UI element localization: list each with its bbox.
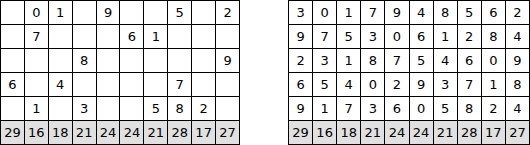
puzzle-cell-r2c3 — [49, 25, 72, 48]
puzzle-cell-r2c2: 7 — [25, 25, 48, 48]
puzzle-cell-r5c3 — [49, 97, 72, 120]
puzzle-cell-r5c8: 8 — [168, 97, 191, 120]
solution-cell-r4c2: 5 — [313, 73, 336, 96]
puzzle-cell-r2c7: 1 — [144, 25, 167, 48]
puzzle-cell-r5c6 — [120, 97, 143, 120]
solution-sum-c3: 18 — [337, 121, 360, 144]
solution-sum-c5: 24 — [385, 121, 408, 144]
solution-cell-r3c7: 4 — [434, 49, 457, 72]
solution-cell-r4c4: 0 — [361, 73, 384, 96]
solution-cell-r1c2: 0 — [313, 1, 336, 24]
solution-sum-c1: 29 — [289, 121, 312, 144]
puzzle-cell-r1c10: 2 — [216, 1, 239, 24]
puzzle-cell-r4c6 — [120, 73, 143, 96]
puzzle-cell-r4c9 — [192, 73, 215, 96]
solution-sum-c6: 24 — [410, 121, 433, 144]
solution-cell-r1c10: 2 — [506, 1, 529, 24]
puzzle-cell-r3c8 — [168, 49, 191, 72]
solution-cell-r1c4: 7 — [361, 1, 384, 24]
solution-sum-c4: 21 — [361, 121, 384, 144]
puzzle-cell-r4c10 — [216, 73, 239, 96]
puzzle-cell-r2c4 — [73, 25, 96, 48]
solution-cell-r2c6: 6 — [410, 25, 433, 48]
solution-cell-r4c8: 7 — [458, 73, 481, 96]
puzzle-cell-r5c1 — [1, 97, 24, 120]
solution-cell-r4c6: 9 — [410, 73, 433, 96]
puzzle-cell-r3c4: 8 — [73, 49, 96, 72]
solution-cell-r5c2: 1 — [313, 97, 336, 120]
solution-cell-r4c7: 3 — [434, 73, 457, 96]
solution-cell-r5c8: 8 — [458, 97, 481, 120]
solution-cell-r4c10: 8 — [506, 73, 529, 96]
puzzle-cell-r5c10 — [216, 97, 239, 120]
solution-cell-r3c9: 0 — [482, 49, 505, 72]
solution-cell-r5c1: 9 — [289, 97, 312, 120]
puzzle-grid: 01952761896471358229161821242421281727 — [0, 0, 240, 145]
solution-cell-r1c8: 5 — [458, 1, 481, 24]
puzzle-cell-r5c4: 3 — [73, 97, 96, 120]
solution-sum-c8: 28 — [458, 121, 481, 144]
solution-cell-r3c6: 5 — [410, 49, 433, 72]
solution-cell-r1c7: 8 — [434, 1, 457, 24]
puzzle-cell-r1c6 — [120, 1, 143, 24]
puzzle-sum-c9: 17 — [192, 121, 215, 144]
puzzle-sum-c7: 21 — [144, 121, 167, 144]
solution-cell-r1c6: 4 — [410, 1, 433, 24]
solution-cell-r3c2: 3 — [313, 49, 336, 72]
solution-cell-r2c9: 8 — [482, 25, 505, 48]
solution-cell-r3c1: 2 — [289, 49, 312, 72]
solution-cell-r2c5: 0 — [385, 25, 408, 48]
puzzle-cell-r4c1: 6 — [1, 73, 24, 96]
solution-sum-c7: 21 — [434, 121, 457, 144]
puzzle-cell-r4c7 — [144, 73, 167, 96]
puzzle-cell-r3c6 — [120, 49, 143, 72]
solution-sum-c9: 17 — [482, 121, 505, 144]
puzzle-sum-c6: 24 — [120, 121, 143, 144]
puzzle-cell-r4c2 — [25, 73, 48, 96]
puzzle-sum-c3: 18 — [49, 121, 72, 144]
puzzle-cell-r2c9 — [192, 25, 215, 48]
puzzle-sum-c1: 29 — [1, 121, 24, 144]
puzzle-cell-r1c2: 0 — [25, 1, 48, 24]
puzzle-cell-r3c2 — [25, 49, 48, 72]
puzzle-cell-r1c4 — [73, 1, 96, 24]
puzzle-cell-r5c5 — [97, 97, 120, 120]
puzzle-cell-r3c1 — [1, 49, 24, 72]
puzzle-cell-r1c5: 9 — [97, 1, 120, 24]
puzzle-sum-c4: 21 — [73, 121, 96, 144]
solution-cell-r2c10: 4 — [506, 25, 529, 48]
puzzle-cell-r3c3 — [49, 49, 72, 72]
puzzle-cell-r3c7 — [144, 49, 167, 72]
solution-cell-r4c9: 1 — [482, 73, 505, 96]
puzzle-sum-c2: 16 — [25, 121, 48, 144]
puzzle-sum-c10: 27 — [216, 121, 239, 144]
puzzle-cell-r2c10 — [216, 25, 239, 48]
solution-cell-r2c4: 3 — [361, 25, 384, 48]
puzzle-cell-r1c3: 1 — [49, 1, 72, 24]
puzzle-cell-r5c2: 1 — [25, 97, 48, 120]
puzzle-cell-r4c5 — [97, 73, 120, 96]
puzzle-cell-r1c7 — [144, 1, 167, 24]
solution-cell-r2c1: 9 — [289, 25, 312, 48]
puzzle-cell-r2c6: 6 — [120, 25, 143, 48]
puzzle-cell-r5c9: 2 — [192, 97, 215, 120]
solution-cell-r3c10: 9 — [506, 49, 529, 72]
solution-cell-r5c7: 5 — [434, 97, 457, 120]
solution-cell-r3c3: 1 — [337, 49, 360, 72]
puzzle-cell-r3c5 — [97, 49, 120, 72]
puzzle-cell-r3c10: 9 — [216, 49, 239, 72]
puzzle-diagram: 01952761896471358229161821242421281727 3… — [0, 0, 530, 145]
solution-cell-r5c4: 3 — [361, 97, 384, 120]
puzzle-cell-r4c8: 7 — [168, 73, 191, 96]
solution-cell-r2c2: 7 — [313, 25, 336, 48]
solution-cell-r5c5: 6 — [385, 97, 408, 120]
puzzle-cell-r1c9 — [192, 1, 215, 24]
puzzle-cell-r5c7: 5 — [144, 97, 167, 120]
solution-cell-r1c5: 9 — [385, 1, 408, 24]
solution-cell-r5c6: 0 — [410, 97, 433, 120]
solution-cell-r1c3: 1 — [337, 1, 360, 24]
puzzle-sum-c8: 28 — [168, 121, 191, 144]
solution-sum-c10: 27 — [506, 121, 529, 144]
puzzle-cell-r2c5 — [97, 25, 120, 48]
solution-cell-r3c8: 6 — [458, 49, 481, 72]
solution-grid: 3017948562975306128423187546096540293718… — [288, 0, 530, 145]
puzzle-cell-r2c8 — [168, 25, 191, 48]
puzzle-cell-r1c1 — [1, 1, 24, 24]
puzzle-cell-r1c8: 5 — [168, 1, 191, 24]
solution-cell-r1c9: 6 — [482, 1, 505, 24]
solution-cell-r5c10: 4 — [506, 97, 529, 120]
solution-cell-r5c3: 7 — [337, 97, 360, 120]
puzzle-cell-r3c9 — [192, 49, 215, 72]
solution-cell-r3c4: 8 — [361, 49, 384, 72]
solution-cell-r2c8: 2 — [458, 25, 481, 48]
solution-cell-r2c7: 1 — [434, 25, 457, 48]
solution-sum-c2: 16 — [313, 121, 336, 144]
solution-cell-r5c9: 2 — [482, 97, 505, 120]
solution-cell-r4c3: 4 — [337, 73, 360, 96]
solution-cell-r1c1: 3 — [289, 1, 312, 24]
puzzle-cell-r2c1 — [1, 25, 24, 48]
puzzle-cell-r4c3: 4 — [49, 73, 72, 96]
solution-cell-r3c5: 7 — [385, 49, 408, 72]
solution-cell-r2c3: 5 — [337, 25, 360, 48]
solution-cell-r4c1: 6 — [289, 73, 312, 96]
solution-cell-r4c5: 2 — [385, 73, 408, 96]
puzzle-sum-c5: 24 — [97, 121, 120, 144]
puzzle-cell-r4c4 — [73, 73, 96, 96]
